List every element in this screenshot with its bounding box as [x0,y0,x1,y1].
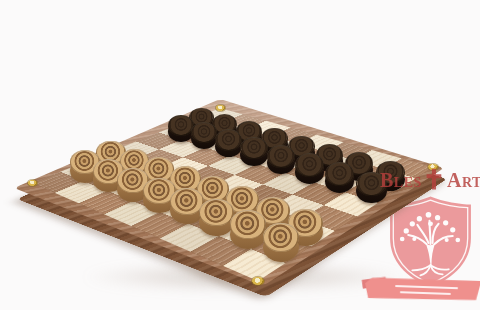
brass-inlay-icon [216,105,225,111]
checker-top-rings [199,199,234,227]
checker-piece-dark[interactable] [240,137,268,166]
checker-piece-light[interactable] [230,210,266,249]
checker-top-rings [215,129,242,151]
checker-top-rings [240,137,268,159]
checker-piece-dark[interactable] [325,162,355,193]
checker-top-rings [168,115,194,136]
product-photo: Bles ✝ Art [0,0,480,310]
ribbon-text-line [400,291,451,295]
checker-top-rings [230,210,266,238]
brass-inlay-icon [252,277,264,284]
checker-piece-dark[interactable] [267,145,295,174]
cross-icon: ✝ [423,170,446,192]
ribbon-banner [365,277,480,302]
checker-piece-light[interactable] [199,199,234,236]
brass-inlay-icon [28,180,37,186]
checker-piece-dark[interactable] [295,153,324,183]
ribbon-text-line [395,285,458,289]
checker-piece-dark[interactable] [168,115,194,142]
brand-logo-text: Bles ✝ Art [380,168,480,190]
brand-text-post: Art [447,170,480,190]
brand-text-pre: Bles [380,170,422,190]
checker-piece-light[interactable] [263,223,300,263]
checker-piece-dark[interactable] [215,129,242,157]
checker-top-rings [263,223,300,252]
ribbon-band [365,277,480,302]
checker-top-rings [267,145,295,168]
checker-top-rings [295,153,324,176]
checker-piece-dark[interactable] [191,122,217,149]
